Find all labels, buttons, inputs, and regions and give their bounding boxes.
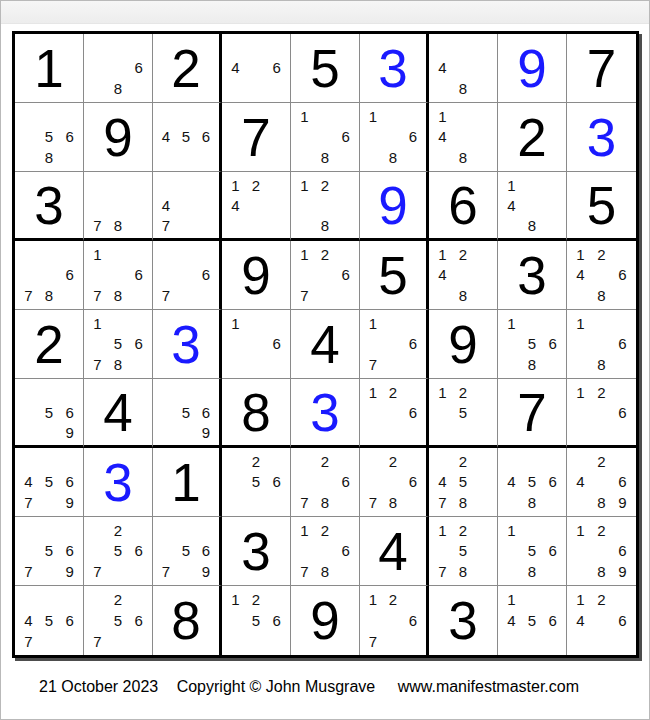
cell-r2c3[interactable]: 456 <box>153 103 222 172</box>
cell-r8c1[interactable]: 5679 <box>15 517 84 586</box>
candidate-6 <box>473 265 494 286</box>
cell-r7c3[interactable]: 1 <box>153 448 222 517</box>
candidate-1 <box>87 175 108 195</box>
cell-r7c9[interactable]: 24689 <box>567 448 636 517</box>
cell-r6c1[interactable]: 569 <box>15 379 84 448</box>
candidate-5 <box>383 127 403 148</box>
candidate-9 <box>335 492 356 513</box>
cell-r5c5[interactable]: 4 <box>291 310 360 379</box>
cell-r6c3[interactable]: 569 <box>153 379 222 448</box>
candidate-7 <box>87 78 108 99</box>
candidate-5 <box>246 58 267 79</box>
candidate-6: 6 <box>59 610 80 631</box>
candidate-8: 8 <box>383 492 403 513</box>
candidate-8: 8 <box>108 215 129 235</box>
candidate-6 <box>473 127 494 148</box>
cell-r2c8[interactable]: 2 <box>498 103 567 172</box>
candidate-1 <box>225 451 246 472</box>
candidate-8: 8 <box>108 285 129 306</box>
cell-r1c9[interactable]: 7 <box>567 34 636 103</box>
cell-r9c3[interactable]: 8 <box>153 586 222 655</box>
candidate-5 <box>453 58 474 79</box>
candidate-2: 2 <box>453 520 474 541</box>
candidate-6: 6 <box>196 541 216 562</box>
cell-r7c1[interactable]: 45679 <box>15 448 84 517</box>
candidate-grid: 47 <box>153 172 219 238</box>
candidate-2: 2 <box>246 589 267 610</box>
candidate-9: 9 <box>612 561 633 582</box>
candidate-3 <box>612 451 633 472</box>
candidate-5 <box>591 265 612 286</box>
given-digit: 4 <box>103 386 132 439</box>
cell-r7c4[interactable]: 256 <box>222 448 291 517</box>
candidate-8 <box>383 422 403 442</box>
candidate-6 <box>473 58 494 79</box>
cell-r4c3[interactable]: 67 <box>153 241 222 310</box>
given-digit: 2 <box>34 318 63 371</box>
cell-r5c8[interactable]: 1568 <box>498 310 567 379</box>
candidate-6: 6 <box>612 541 633 562</box>
cell-r8c3[interactable]: 5679 <box>153 517 222 586</box>
candidate-4: 4 <box>225 58 246 79</box>
candidate-6: 6 <box>128 58 149 79</box>
candidate-4: 4 <box>501 472 522 493</box>
cell-r4c8[interactable]: 3 <box>498 241 567 310</box>
candidate-6 <box>542 195 563 215</box>
cell-r5c2[interactable]: 15678 <box>84 310 153 379</box>
cell-r3c3[interactable]: 47 <box>153 172 222 241</box>
candidate-grid: 569 <box>15 379 83 445</box>
cell-r4c2[interactable]: 1678 <box>84 241 153 310</box>
cell-r8c7[interactable]: 12578 <box>429 517 498 586</box>
cell-r3c2[interactable]: 78 <box>84 172 153 241</box>
candidate-5 <box>383 610 403 631</box>
candidate-2: 2 <box>591 451 612 472</box>
cell-r8c5[interactable]: 12678 <box>291 517 360 586</box>
candidate-3 <box>59 451 80 472</box>
cell-r9c7[interactable]: 3 <box>429 586 498 655</box>
candidate-6: 6 <box>266 610 287 631</box>
cell-r7c6[interactable]: 2678 <box>360 448 429 517</box>
candidate-9 <box>473 78 494 99</box>
cell-r1c1[interactable]: 1 <box>15 34 84 103</box>
footer-copyright: Copyright © John Musgrave <box>177 678 376 695</box>
candidate-7 <box>501 561 522 582</box>
candidate-grid: 1267 <box>360 586 426 655</box>
cell-r5c9[interactable]: 168 <box>567 310 636 379</box>
candidate-3 <box>542 451 563 472</box>
cell-r2c5[interactable]: 168 <box>291 103 360 172</box>
candidate-8: 8 <box>453 492 474 513</box>
candidate-2 <box>383 106 403 127</box>
candidate-grid: 256 <box>222 448 290 516</box>
candidate-8: 8 <box>522 215 543 235</box>
candidate-8 <box>176 147 196 168</box>
candidate-2 <box>176 244 196 265</box>
cell-r2c2[interactable]: 9 <box>84 103 153 172</box>
candidate-1: 1 <box>570 589 591 610</box>
candidate-5 <box>176 265 196 286</box>
candidate-2 <box>108 313 129 334</box>
candidate-6: 6 <box>542 610 563 631</box>
candidate-8 <box>39 422 60 442</box>
cell-r4c7[interactable]: 1248 <box>429 241 498 310</box>
candidate-8: 8 <box>39 285 60 306</box>
candidate-2: 2 <box>591 589 612 610</box>
cell-r1c4[interactable]: 46 <box>222 34 291 103</box>
candidate-2: 2 <box>383 451 403 472</box>
candidate-8 <box>453 422 474 442</box>
candidate-8: 8 <box>591 492 612 513</box>
candidate-8: 8 <box>315 561 336 582</box>
candidate-9: 9 <box>59 422 80 442</box>
candidate-8: 8 <box>591 354 612 375</box>
footer-website: www.manifestmaster.com <box>398 678 579 695</box>
candidate-5: 5 <box>522 541 543 562</box>
candidate-7 <box>225 78 246 99</box>
cell-r6c8[interactable]: 7 <box>498 379 567 448</box>
candidate-2 <box>39 106 60 127</box>
cell-r4c1[interactable]: 678 <box>15 241 84 310</box>
candidate-grid: 12578 <box>429 517 497 585</box>
candidate-3 <box>473 37 494 58</box>
given-digit: 2 <box>171 42 200 95</box>
cell-r3c4[interactable]: 124 <box>222 172 291 241</box>
candidate-2: 2 <box>315 175 336 195</box>
cell-r4c5[interactable]: 1267 <box>291 241 360 310</box>
candidate-6: 6 <box>612 402 633 422</box>
cell-r7c5[interactable]: 2678 <box>291 448 360 517</box>
cell-r8c8[interactable]: 1568 <box>498 517 567 586</box>
candidate-8 <box>591 422 612 442</box>
candidate-4 <box>294 472 315 493</box>
candidate-3 <box>335 451 356 472</box>
candidate-8 <box>383 631 403 652</box>
given-digit: 5 <box>587 179 616 232</box>
cell-r6c2[interactable]: 4 <box>84 379 153 448</box>
cell-r5c1[interactable]: 2 <box>15 310 84 379</box>
cell-r1c2[interactable]: 68 <box>84 34 153 103</box>
candidate-grid: 78 <box>84 172 152 238</box>
candidate-5 <box>315 265 336 286</box>
candidate-4 <box>87 265 108 286</box>
candidate-9 <box>612 422 633 442</box>
cell-r2c9[interactable]: 3 <box>567 103 636 172</box>
cell-r1c8[interactable]: 9 <box>498 34 567 103</box>
candidate-2 <box>176 106 196 127</box>
candidate-1: 1 <box>363 106 383 127</box>
candidate-2 <box>522 313 543 334</box>
candidate-6: 6 <box>403 610 423 631</box>
candidate-9 <box>196 147 216 168</box>
candidate-7: 7 <box>363 492 383 513</box>
candidate-7: 7 <box>432 561 453 582</box>
candidate-5 <box>176 195 196 215</box>
candidate-7: 7 <box>87 631 108 652</box>
candidate-6: 6 <box>542 472 563 493</box>
candidate-9 <box>473 561 494 582</box>
cell-r6c6[interactable]: 126 <box>360 379 429 448</box>
candidate-3 <box>128 520 149 541</box>
candidate-4 <box>18 127 39 148</box>
candidate-4: 4 <box>18 610 39 631</box>
cell-r2c4[interactable]: 7 <box>222 103 291 172</box>
candidate-3 <box>403 106 423 127</box>
cell-r8c9[interactable]: 12689 <box>567 517 636 586</box>
cell-r3c5[interactable]: 128 <box>291 172 360 241</box>
candidate-2 <box>39 382 60 402</box>
given-digit: 3 <box>34 179 63 232</box>
cell-r6c5[interactable]: 3 <box>291 379 360 448</box>
candidate-1 <box>570 451 591 472</box>
cell-r7c7[interactable]: 24578 <box>429 448 498 517</box>
cell-r8c6[interactable]: 4 <box>360 517 429 586</box>
candidate-1: 1 <box>501 175 522 195</box>
given-digit: 9 <box>103 111 132 164</box>
cell-r2c1[interactable]: 568 <box>15 103 84 172</box>
candidate-5: 5 <box>453 541 474 562</box>
candidate-5: 5 <box>522 610 543 631</box>
cell-r9c2[interactable]: 2567 <box>84 586 153 655</box>
candidate-5: 5 <box>39 127 60 148</box>
candidate-7 <box>501 492 522 513</box>
candidate-5 <box>453 127 474 148</box>
candidate-9 <box>128 78 149 99</box>
candidate-3 <box>128 313 149 334</box>
given-digit: 4 <box>310 318 339 371</box>
candidate-1: 1 <box>570 244 591 265</box>
cell-r4c9[interactable]: 12468 <box>567 241 636 310</box>
candidate-grid: 168 <box>360 103 426 171</box>
given-digit: 1 <box>171 456 200 509</box>
candidate-8: 8 <box>315 215 336 235</box>
cell-r2c7[interactable]: 148 <box>429 103 498 172</box>
window-top-strip <box>1 1 649 24</box>
candidate-6 <box>128 195 149 215</box>
candidate-7 <box>294 147 315 168</box>
candidate-1: 1 <box>294 175 315 195</box>
candidate-5 <box>591 334 612 355</box>
cell-r9c1[interactable]: 4567 <box>15 586 84 655</box>
candidate-grid: 16 <box>222 310 290 378</box>
candidate-5: 5 <box>176 402 196 422</box>
cell-r5c3[interactable]: 3 <box>153 310 222 379</box>
candidate-2: 2 <box>591 520 612 541</box>
candidate-7: 7 <box>294 492 315 513</box>
candidate-9 <box>335 215 356 235</box>
cell-r9c6[interactable]: 1267 <box>360 586 429 655</box>
cell-r8c4[interactable]: 3 <box>222 517 291 586</box>
cell-r9c4[interactable]: 1256 <box>222 586 291 655</box>
candidate-6: 6 <box>196 402 216 422</box>
cell-r8c2[interactable]: 2567 <box>84 517 153 586</box>
candidate-2: 2 <box>591 382 612 402</box>
candidate-8: 8 <box>315 147 336 168</box>
footer-date: 21 October 2023 <box>39 678 158 695</box>
candidate-9 <box>59 147 80 168</box>
candidate-2 <box>315 106 336 127</box>
candidate-5 <box>383 334 403 355</box>
candidate-9 <box>473 422 494 442</box>
cell-r6c4[interactable]: 8 <box>222 379 291 448</box>
candidate-grid: 46 <box>222 34 290 102</box>
candidate-grid: 4567 <box>15 586 83 655</box>
candidate-9 <box>128 354 149 375</box>
cell-r4c4[interactable]: 9 <box>222 241 291 310</box>
candidate-6 <box>196 195 216 215</box>
candidate-1: 1 <box>501 520 522 541</box>
candidate-4 <box>363 610 383 631</box>
cell-r4c6[interactable]: 5 <box>360 241 429 310</box>
candidate-9 <box>335 147 356 168</box>
candidate-2: 2 <box>108 589 129 610</box>
candidate-6: 6 <box>128 265 149 286</box>
cell-r3c8[interactable]: 148 <box>498 172 567 241</box>
candidate-3 <box>196 520 216 541</box>
candidate-1: 1 <box>501 313 522 334</box>
candidate-2 <box>108 175 129 195</box>
cell-r3c9[interactable]: 5 <box>567 172 636 241</box>
candidate-grid: 1267 <box>291 241 359 309</box>
cell-r3c1[interactable]: 3 <box>15 172 84 241</box>
candidate-6 <box>266 195 287 215</box>
candidate-6: 6 <box>266 472 287 493</box>
candidate-7 <box>432 422 453 442</box>
candidate-grid: 456 <box>153 103 219 171</box>
cell-r2c6[interactable]: 168 <box>360 103 429 172</box>
candidate-2 <box>176 382 196 402</box>
candidate-1 <box>18 589 39 610</box>
cell-r5c6[interactable]: 167 <box>360 310 429 379</box>
solved-digit: 3 <box>103 456 132 509</box>
candidate-grid: 569 <box>153 379 219 445</box>
candidate-6: 6 <box>542 334 563 355</box>
candidate-1 <box>156 106 176 127</box>
candidate-4: 4 <box>570 265 591 286</box>
candidate-3 <box>59 520 80 541</box>
candidate-grid: 1246 <box>567 586 636 655</box>
candidate-6: 6 <box>128 610 149 631</box>
candidate-grid: 168 <box>291 103 359 171</box>
candidate-9 <box>612 631 633 652</box>
candidate-3 <box>196 175 216 195</box>
cell-r1c3[interactable]: 2 <box>153 34 222 103</box>
candidate-7 <box>501 215 522 235</box>
given-digit: 9 <box>448 318 477 371</box>
candidate-9 <box>128 215 149 235</box>
candidate-2 <box>39 520 60 541</box>
cell-r6c9[interactable]: 126 <box>567 379 636 448</box>
candidate-3 <box>266 175 287 195</box>
candidate-2: 2 <box>315 520 336 541</box>
cell-r6c7[interactable]: 125 <box>429 379 498 448</box>
candidate-grid: 68 <box>84 34 152 102</box>
candidate-grid: 1568 <box>498 517 566 585</box>
candidate-3 <box>335 175 356 195</box>
candidate-6 <box>473 541 494 562</box>
candidate-4: 4 <box>501 195 522 215</box>
candidate-grid: 148 <box>429 103 497 171</box>
candidate-7 <box>570 285 591 306</box>
candidate-grid: 167 <box>360 310 426 378</box>
candidate-grid: 126 <box>567 379 636 445</box>
candidate-8 <box>39 492 60 513</box>
candidate-2 <box>453 106 474 127</box>
cell-r3c6[interactable]: 9 <box>360 172 429 241</box>
cell-r1c5[interactable]: 5 <box>291 34 360 103</box>
candidate-7: 7 <box>294 285 315 306</box>
candidate-3 <box>612 382 633 402</box>
cell-r7c8[interactable]: 4568 <box>498 448 567 517</box>
cell-r1c6[interactable]: 3 <box>360 34 429 103</box>
cell-r7c2[interactable]: 3 <box>84 448 153 517</box>
candidate-2 <box>522 451 543 472</box>
candidate-6: 6 <box>59 472 80 493</box>
candidate-3 <box>403 451 423 472</box>
candidate-grid: 2678 <box>291 448 359 516</box>
candidate-5: 5 <box>453 402 474 422</box>
candidate-7 <box>432 285 453 306</box>
candidate-2: 2 <box>315 244 336 265</box>
candidate-1: 1 <box>432 244 453 265</box>
candidate-grid: 12678 <box>291 517 359 585</box>
candidate-4: 4 <box>570 610 591 631</box>
candidate-9 <box>266 215 287 235</box>
candidate-9 <box>128 285 149 306</box>
cell-r9c5[interactable]: 9 <box>291 586 360 655</box>
cell-r1c7[interactable]: 48 <box>429 34 498 103</box>
candidate-7 <box>156 422 176 442</box>
candidate-1: 1 <box>294 106 315 127</box>
candidate-1: 1 <box>363 382 383 402</box>
candidate-3 <box>612 244 633 265</box>
given-digit: 5 <box>378 249 407 302</box>
candidate-7 <box>501 354 522 375</box>
candidate-9 <box>335 561 356 582</box>
candidate-4 <box>294 195 315 215</box>
candidate-5 <box>591 610 612 631</box>
candidate-4: 4 <box>432 472 453 493</box>
candidate-6: 6 <box>612 610 633 631</box>
candidate-3 <box>473 244 494 265</box>
given-digit: 6 <box>448 179 477 232</box>
candidate-5 <box>108 195 129 215</box>
candidate-3 <box>266 589 287 610</box>
candidate-4 <box>87 541 108 562</box>
candidate-7: 7 <box>432 492 453 513</box>
given-digit: 7 <box>587 42 616 95</box>
cell-r9c8[interactable]: 1456 <box>498 586 567 655</box>
cell-r5c7[interactable]: 9 <box>429 310 498 379</box>
candidate-1 <box>87 520 108 541</box>
cell-r5c4[interactable]: 16 <box>222 310 291 379</box>
cell-r3c7[interactable]: 6 <box>429 172 498 241</box>
candidate-8: 8 <box>522 354 543 375</box>
candidate-grid: 5679 <box>15 517 83 585</box>
candidate-9 <box>542 215 563 235</box>
candidate-1: 1 <box>225 175 246 195</box>
cell-r9c9[interactable]: 1246 <box>567 586 636 655</box>
given-digit: 2 <box>517 111 546 164</box>
candidate-7: 7 <box>87 285 108 306</box>
candidate-3 <box>59 382 80 402</box>
candidate-2: 2 <box>383 382 403 402</box>
candidate-7 <box>570 422 591 442</box>
candidate-2: 2 <box>383 589 403 610</box>
candidate-4 <box>87 195 108 215</box>
solved-digit: 9 <box>517 42 546 95</box>
candidate-8 <box>108 631 129 652</box>
